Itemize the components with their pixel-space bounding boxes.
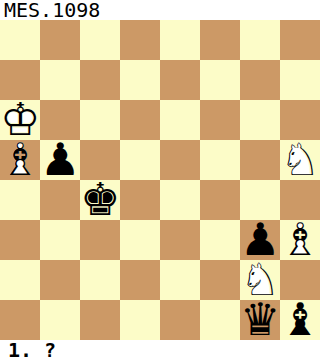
square-c2[interactable] (80, 260, 120, 300)
square-c1[interactable] (80, 300, 120, 340)
square-h7[interactable] (280, 60, 320, 100)
square-g2[interactable]: ♞♘ (240, 260, 280, 300)
square-b8[interactable] (40, 20, 80, 60)
square-e2[interactable] (160, 260, 200, 300)
square-c3[interactable] (80, 220, 120, 260)
black-pawn[interactable]: ♟ (240, 220, 280, 260)
square-h1[interactable]: ♝ (280, 300, 320, 340)
square-g7[interactable] (240, 60, 280, 100)
black-king[interactable]: ♚ (80, 180, 120, 220)
piece-outline-layer: ♗ (280, 220, 320, 260)
square-g8[interactable] (240, 20, 280, 60)
square-c7[interactable] (80, 60, 120, 100)
square-d8[interactable] (120, 20, 160, 60)
square-e6[interactable] (160, 100, 200, 140)
square-f8[interactable] (200, 20, 240, 60)
square-e1[interactable] (160, 300, 200, 340)
chess-puzzle-screen: MES.1098 ♚♔♝♗♟♞♘♚♟♝♗♞♘♛♝ 1. ? (0, 0, 320, 360)
move-prompt: 1. ? (0, 340, 320, 360)
square-f6[interactable] (200, 100, 240, 140)
square-g3[interactable]: ♟ (240, 220, 280, 260)
square-g1[interactable]: ♛ (240, 300, 280, 340)
square-d3[interactable] (120, 220, 160, 260)
square-a8[interactable] (0, 20, 40, 60)
square-f4[interactable] (200, 180, 240, 220)
square-f2[interactable] (200, 260, 240, 300)
white-bishop[interactable]: ♝♗ (0, 140, 40, 180)
square-h2[interactable] (280, 260, 320, 300)
square-h3[interactable]: ♝♗ (280, 220, 320, 260)
square-f7[interactable] (200, 60, 240, 100)
square-b3[interactable] (40, 220, 80, 260)
square-b1[interactable] (40, 300, 80, 340)
piece-glyph: ♟ (240, 220, 280, 260)
square-f1[interactable] (200, 300, 240, 340)
black-bishop[interactable]: ♝ (280, 300, 320, 340)
square-a1[interactable] (0, 300, 40, 340)
square-g5[interactable] (240, 140, 280, 180)
square-e4[interactable] (160, 180, 200, 220)
square-g4[interactable] (240, 180, 280, 220)
piece-glyph: ♝ (280, 300, 320, 340)
square-a4[interactable] (0, 180, 40, 220)
square-d4[interactable] (120, 180, 160, 220)
white-bishop[interactable]: ♝♗ (280, 220, 320, 260)
square-d6[interactable] (120, 100, 160, 140)
square-c6[interactable] (80, 100, 120, 140)
square-d1[interactable] (120, 300, 160, 340)
square-c5[interactable] (80, 140, 120, 180)
square-g6[interactable] (240, 100, 280, 140)
white-king[interactable]: ♚♔ (0, 100, 40, 140)
square-e8[interactable] (160, 20, 200, 60)
square-c8[interactable] (80, 20, 120, 60)
square-d7[interactable] (120, 60, 160, 100)
piece-outline-layer: ♔ (0, 100, 40, 140)
chess-board: ♚♔♝♗♟♞♘♚♟♝♗♞♘♛♝ (0, 20, 320, 340)
white-knight[interactable]: ♞♘ (240, 260, 280, 300)
square-b7[interactable] (40, 60, 80, 100)
piece-glyph: ♚ (80, 180, 120, 220)
square-b6[interactable] (40, 100, 80, 140)
square-e3[interactable] (160, 220, 200, 260)
square-e7[interactable] (160, 60, 200, 100)
piece-outline-layer: ♘ (280, 140, 320, 180)
square-h5[interactable]: ♞♘ (280, 140, 320, 180)
square-a5[interactable]: ♝♗ (0, 140, 40, 180)
square-b2[interactable] (40, 260, 80, 300)
piece-glyph: ♟ (40, 140, 80, 180)
square-d5[interactable] (120, 140, 160, 180)
square-a7[interactable] (0, 60, 40, 100)
square-a3[interactable] (0, 220, 40, 260)
piece-outline-layer: ♘ (240, 260, 280, 300)
square-f5[interactable] (200, 140, 240, 180)
square-h4[interactable] (280, 180, 320, 220)
square-h6[interactable] (280, 100, 320, 140)
square-b5[interactable]: ♟ (40, 140, 80, 180)
square-a6[interactable]: ♚♔ (0, 100, 40, 140)
piece-outline-layer: ♗ (0, 140, 40, 180)
square-h8[interactable] (280, 20, 320, 60)
black-pawn[interactable]: ♟ (40, 140, 80, 180)
white-knight[interactable]: ♞♘ (280, 140, 320, 180)
square-b4[interactable] (40, 180, 80, 220)
square-e5[interactable] (160, 140, 200, 180)
square-f3[interactable] (200, 220, 240, 260)
piece-glyph: ♛ (240, 300, 280, 340)
square-a2[interactable] (0, 260, 40, 300)
puzzle-title: MES.1098 (0, 0, 320, 20)
square-d2[interactable] (120, 260, 160, 300)
square-c4[interactable]: ♚ (80, 180, 120, 220)
black-queen[interactable]: ♛ (240, 300, 280, 340)
